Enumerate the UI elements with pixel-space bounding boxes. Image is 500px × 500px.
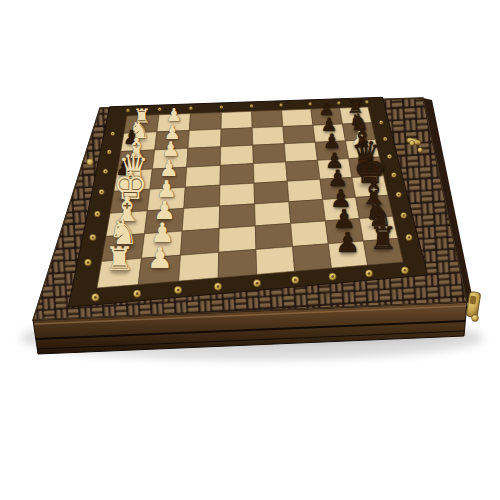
square bbox=[359, 216, 397, 241]
square bbox=[152, 148, 188, 169]
square bbox=[340, 107, 372, 124]
square bbox=[221, 111, 252, 129]
square bbox=[110, 189, 150, 213]
board-photo-svg bbox=[0, 0, 500, 500]
square bbox=[282, 109, 313, 126]
square bbox=[356, 195, 393, 218]
square bbox=[218, 249, 257, 277]
square bbox=[121, 132, 157, 152]
square bbox=[102, 234, 145, 262]
square bbox=[349, 157, 384, 177]
square bbox=[254, 181, 289, 204]
square bbox=[252, 127, 284, 146]
left-edge-pin bbox=[87, 159, 94, 166]
square bbox=[255, 202, 291, 226]
square bbox=[291, 221, 329, 247]
square bbox=[106, 211, 147, 237]
square bbox=[185, 165, 220, 187]
square bbox=[320, 177, 356, 199]
square bbox=[286, 160, 320, 181]
square bbox=[150, 167, 187, 189]
square bbox=[293, 244, 332, 271]
square bbox=[252, 110, 283, 128]
square bbox=[253, 162, 287, 183]
square bbox=[311, 108, 343, 125]
square bbox=[363, 238, 403, 265]
square bbox=[253, 144, 286, 164]
square bbox=[117, 150, 154, 171]
square bbox=[189, 113, 221, 131]
chess-set-photo: ♜♟♟♜♞♟♟♞♟♟♝♟♟♝♟♛♟♟♛♚♟♟♚♝♟♟♝♞♟♟♞♜♟♟♜ bbox=[0, 0, 500, 500]
square bbox=[145, 208, 184, 233]
square bbox=[147, 187, 185, 211]
square bbox=[187, 147, 221, 168]
square bbox=[318, 159, 353, 180]
square bbox=[182, 206, 219, 231]
square bbox=[157, 114, 191, 132]
square bbox=[284, 142, 317, 162]
square bbox=[220, 164, 254, 186]
square bbox=[255, 223, 292, 249]
square bbox=[142, 231, 183, 258]
square bbox=[184, 185, 220, 208]
square bbox=[114, 169, 152, 191]
square bbox=[219, 204, 255, 229]
square bbox=[323, 197, 360, 221]
square bbox=[221, 128, 253, 147]
square bbox=[124, 115, 159, 133]
square bbox=[325, 219, 363, 244]
square bbox=[346, 139, 380, 158]
square bbox=[313, 124, 346, 142]
square bbox=[328, 241, 367, 268]
square bbox=[219, 226, 256, 252]
square bbox=[188, 129, 221, 148]
square bbox=[256, 247, 295, 275]
square bbox=[181, 229, 220, 256]
square bbox=[155, 131, 190, 150]
square bbox=[352, 176, 388, 198]
board-squares bbox=[97, 107, 403, 288]
square bbox=[138, 255, 180, 284]
square bbox=[179, 252, 219, 281]
square bbox=[220, 183, 255, 206]
square bbox=[289, 200, 326, 224]
square bbox=[343, 123, 376, 141]
square bbox=[97, 258, 142, 288]
square bbox=[220, 145, 253, 165]
square bbox=[283, 125, 315, 143]
square bbox=[315, 141, 349, 160]
square bbox=[287, 179, 322, 201]
